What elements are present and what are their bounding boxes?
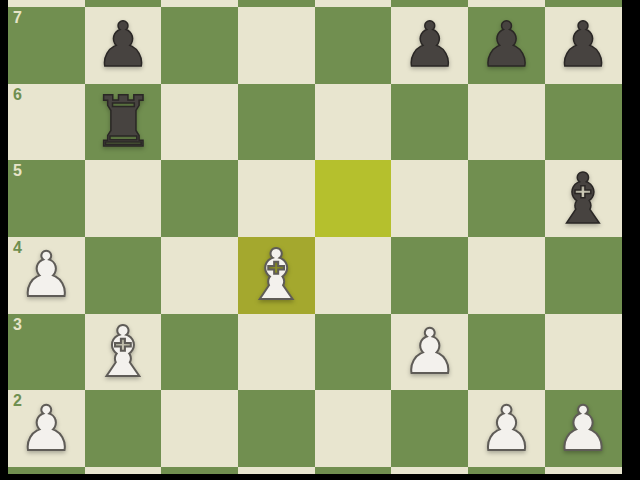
piece-black-rook[interactable]: ♜ xyxy=(92,84,155,160)
square-e5[interactable] xyxy=(315,160,392,237)
square-d4[interactable]: ♝ xyxy=(238,237,315,314)
piece-white-bishop[interactable]: ♝ xyxy=(92,314,155,390)
rank-label-3: 3 xyxy=(13,317,22,333)
square-g6[interactable] xyxy=(468,84,545,161)
square-c6[interactable] xyxy=(161,84,238,161)
square-f7[interactable]: ♟ xyxy=(391,7,468,84)
square-a3[interactable]: 3 xyxy=(8,314,85,391)
square-c5[interactable] xyxy=(161,160,238,237)
piece-white-pawn[interactable]: ♟ xyxy=(555,391,611,467)
square-b6[interactable]: ♜ xyxy=(85,84,162,161)
square-d2[interactable] xyxy=(238,390,315,467)
square-a5[interactable]: 5 xyxy=(8,160,85,237)
square-c4[interactable] xyxy=(161,237,238,314)
square-a4[interactable]: 4♟ xyxy=(8,237,85,314)
square-d6[interactable] xyxy=(238,84,315,161)
rank-label-5: 5 xyxy=(13,163,22,179)
square-a7[interactable]: 7 xyxy=(8,7,85,84)
square-e4[interactable] xyxy=(315,237,392,314)
piece-white-pawn[interactable]: ♟ xyxy=(19,391,75,467)
square-e3[interactable] xyxy=(315,314,392,391)
piece-black-pawn[interactable]: ♟ xyxy=(555,7,611,83)
square-e6[interactable] xyxy=(315,84,392,161)
square-f5[interactable] xyxy=(391,160,468,237)
square-e7[interactable] xyxy=(315,7,392,84)
piece-black-pawn[interactable]: ♟ xyxy=(95,7,151,83)
square-f8[interactable] xyxy=(391,0,468,7)
square-b8[interactable] xyxy=(85,0,162,7)
square-h7[interactable]: ♟ xyxy=(545,7,622,84)
square-f4[interactable] xyxy=(391,237,468,314)
square-b5[interactable] xyxy=(85,160,162,237)
square-c3[interactable] xyxy=(161,314,238,391)
piece-white-pawn[interactable]: ♟ xyxy=(402,314,458,390)
square-g7[interactable]: ♟ xyxy=(468,7,545,84)
square-g5[interactable] xyxy=(468,160,545,237)
square-a8[interactable] xyxy=(8,0,85,7)
square-d3[interactable] xyxy=(238,314,315,391)
square-b3[interactable]: ♝ xyxy=(85,314,162,391)
square-f2[interactable] xyxy=(391,390,468,467)
square-b7[interactable]: ♟ xyxy=(85,7,162,84)
piece-white-pawn[interactable]: ♟ xyxy=(479,391,535,467)
square-f6[interactable] xyxy=(391,84,468,161)
square-c8[interactable] xyxy=(161,0,238,7)
rank-label-7: 7 xyxy=(13,10,22,26)
chess-board: ♚7♟♟♟♟6♜5♝4♟♝3♝♟2♟♟♟ xyxy=(8,0,622,480)
square-c2[interactable] xyxy=(161,390,238,467)
square-d8[interactable] xyxy=(238,0,315,7)
square-h4[interactable] xyxy=(545,237,622,314)
square-d7[interactable] xyxy=(238,7,315,84)
piece-black-pawn[interactable]: ♟ xyxy=(479,7,535,83)
square-h6[interactable] xyxy=(545,84,622,161)
square-b4[interactable] xyxy=(85,237,162,314)
letterbox-bottom-bar xyxy=(0,474,640,480)
piece-black-pawn[interactable]: ♟ xyxy=(402,7,458,83)
square-d5[interactable] xyxy=(238,160,315,237)
square-e2[interactable] xyxy=(315,390,392,467)
piece-white-pawn[interactable]: ♟ xyxy=(19,237,75,313)
rank-label-6: 6 xyxy=(13,87,22,103)
square-h5[interactable]: ♝ xyxy=(545,160,622,237)
square-b2[interactable] xyxy=(85,390,162,467)
square-g8[interactable]: ♚ xyxy=(468,0,545,7)
chessboard-frame: ♚7♟♟♟♟6♜5♝4♟♝3♝♟2♟♟♟ xyxy=(0,0,640,480)
square-h3[interactable] xyxy=(545,314,622,391)
square-h2[interactable]: ♟ xyxy=(545,390,622,467)
square-f3[interactable]: ♟ xyxy=(391,314,468,391)
piece-black-bishop[interactable]: ♝ xyxy=(552,161,615,237)
square-g4[interactable] xyxy=(468,237,545,314)
piece-black-king[interactable]: ♚ xyxy=(475,0,538,7)
square-c7[interactable] xyxy=(161,7,238,84)
square-h8[interactable] xyxy=(545,0,622,7)
piece-white-bishop[interactable]: ♝ xyxy=(245,237,308,313)
square-g3[interactable] xyxy=(468,314,545,391)
square-g2[interactable]: ♟ xyxy=(468,390,545,467)
square-e8[interactable] xyxy=(315,0,392,7)
square-a2[interactable]: 2♟ xyxy=(8,390,85,467)
square-a6[interactable]: 6 xyxy=(8,84,85,161)
